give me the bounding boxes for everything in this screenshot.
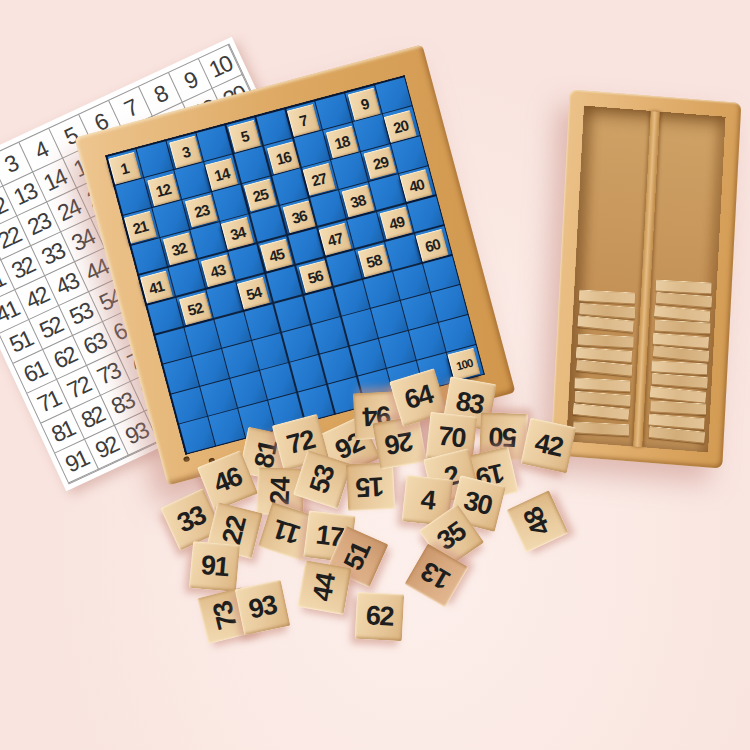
scattered-tile[interactable]: 91 [189,541,240,592]
scattered-tile[interactable]: 44 [297,560,351,614]
scattered-tile[interactable]: 26 [372,415,426,469]
scattered-tiles-area: 8192722453461594266483705042192430354833… [0,0,750,750]
scene: 1234567891011121314151617181920212223242… [0,0,750,750]
scattered-tile[interactable]: 93 [235,580,291,636]
scattered-tile[interactable]: 15 [346,462,395,511]
scattered-tile[interactable]: 62 [355,592,404,641]
scattered-tile[interactable]: 42 [521,418,577,474]
scattered-tile[interactable]: 48 [506,490,568,552]
